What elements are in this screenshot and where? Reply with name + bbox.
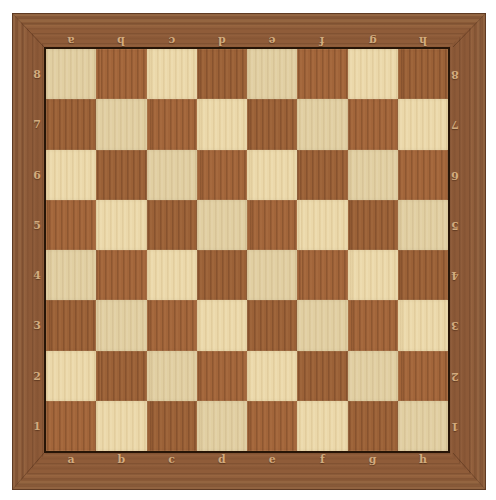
- square-c6[interactable]: [147, 150, 197, 200]
- square-g3[interactable]: [348, 300, 398, 350]
- square-f7[interactable]: [297, 99, 347, 149]
- square-b1[interactable]: [96, 401, 146, 451]
- square-g5[interactable]: [348, 200, 398, 250]
- square-h6[interactable]: [398, 150, 448, 200]
- square-e3[interactable]: [247, 300, 297, 350]
- square-b3[interactable]: [96, 300, 146, 350]
- square-d7[interactable]: [197, 99, 247, 149]
- square-a3[interactable]: [46, 300, 96, 350]
- board-frame-right: [449, 13, 486, 490]
- square-a4[interactable]: [46, 250, 96, 300]
- square-b5[interactable]: [96, 200, 146, 250]
- square-d6[interactable]: [197, 150, 247, 200]
- chessboard-page: aabbccddeeffgghh1122334455667788: [0, 0, 496, 500]
- square-e8[interactable]: [247, 49, 297, 99]
- square-b4[interactable]: [96, 250, 146, 300]
- square-a2[interactable]: [46, 351, 96, 401]
- square-d3[interactable]: [197, 300, 247, 350]
- square-a7[interactable]: [46, 99, 96, 149]
- square-f2[interactable]: [297, 351, 347, 401]
- square-c1[interactable]: [147, 401, 197, 451]
- square-e6[interactable]: [247, 150, 297, 200]
- square-c4[interactable]: [147, 250, 197, 300]
- square-h1[interactable]: [398, 401, 448, 451]
- square-c2[interactable]: [147, 351, 197, 401]
- square-a6[interactable]: [46, 150, 96, 200]
- square-h3[interactable]: [398, 300, 448, 350]
- square-a8[interactable]: [46, 49, 96, 99]
- square-b8[interactable]: [96, 49, 146, 99]
- square-f6[interactable]: [297, 150, 347, 200]
- square-d5[interactable]: [197, 200, 247, 250]
- square-h2[interactable]: [398, 351, 448, 401]
- square-a1[interactable]: [46, 401, 96, 451]
- square-h4[interactable]: [398, 250, 448, 300]
- square-e7[interactable]: [247, 99, 297, 149]
- square-d4[interactable]: [197, 250, 247, 300]
- square-g6[interactable]: [348, 150, 398, 200]
- square-e4[interactable]: [247, 250, 297, 300]
- square-c8[interactable]: [147, 49, 197, 99]
- square-g1[interactable]: [348, 401, 398, 451]
- square-b2[interactable]: [96, 351, 146, 401]
- square-b7[interactable]: [96, 99, 146, 149]
- square-b6[interactable]: [96, 150, 146, 200]
- square-d2[interactable]: [197, 351, 247, 401]
- square-d8[interactable]: [197, 49, 247, 99]
- square-c5[interactable]: [147, 200, 197, 250]
- square-g7[interactable]: [348, 99, 398, 149]
- square-d1[interactable]: [197, 401, 247, 451]
- square-f3[interactable]: [297, 300, 347, 350]
- square-h7[interactable]: [398, 99, 448, 149]
- square-f4[interactable]: [297, 250, 347, 300]
- square-c7[interactable]: [147, 99, 197, 149]
- square-g2[interactable]: [348, 351, 398, 401]
- square-g4[interactable]: [348, 250, 398, 300]
- square-e2[interactable]: [247, 351, 297, 401]
- square-f5[interactable]: [297, 200, 347, 250]
- board-frame-left: [12, 13, 46, 490]
- chessboard: [12, 13, 486, 490]
- square-h5[interactable]: [398, 200, 448, 250]
- square-e1[interactable]: [247, 401, 297, 451]
- square-a5[interactable]: [46, 200, 96, 250]
- square-f8[interactable]: [297, 49, 347, 99]
- square-g8[interactable]: [348, 49, 398, 99]
- square-f1[interactable]: [297, 401, 347, 451]
- square-c3[interactable]: [147, 300, 197, 350]
- square-h8[interactable]: [398, 49, 448, 99]
- board-playing-field: [44, 47, 450, 453]
- square-e5[interactable]: [247, 200, 297, 250]
